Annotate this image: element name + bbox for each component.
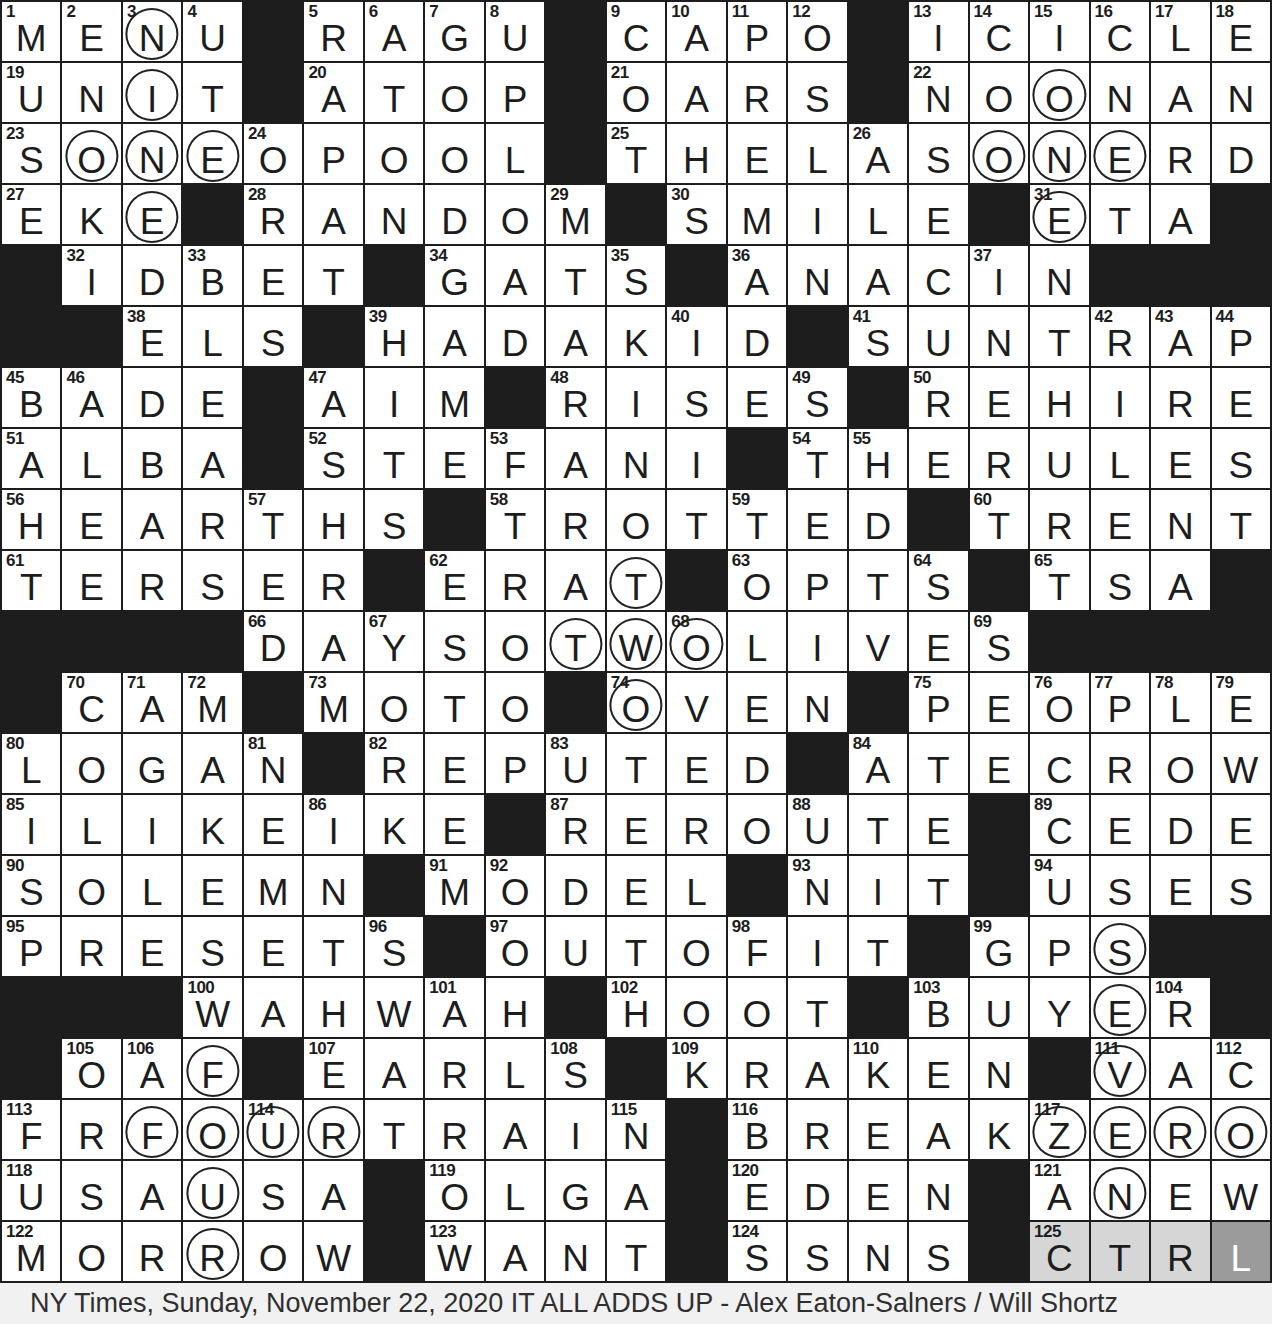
cell-r10c18[interactable]: 65T [1030, 551, 1088, 610]
cell-r11c8[interactable]: S [425, 612, 483, 671]
cell-r2c18[interactable]: O [1030, 63, 1088, 122]
cell-r19c6[interactable]: R [304, 1100, 362, 1159]
cell-r13c7[interactable]: 82R [365, 734, 423, 793]
cell-r10c15[interactable]: T [849, 551, 907, 610]
cell-r16c6[interactable]: T [304, 917, 362, 976]
cell-r7c14[interactable]: 49S [788, 368, 846, 427]
cell-r14c7[interactable]: K [365, 795, 423, 854]
cell-r15c3[interactable]: L [123, 856, 181, 915]
cell-r9c11[interactable]: O [607, 490, 665, 549]
cell-r1c8[interactable]: 7G [425, 2, 483, 61]
cell-r2c21[interactable]: N [1212, 63, 1270, 122]
cell-r2c3[interactable]: I [123, 63, 181, 122]
cell-r13c16[interactable]: T [909, 734, 967, 793]
cell-r15c4[interactable]: E [183, 856, 241, 915]
cell-r16c5[interactable]: E [244, 917, 302, 976]
cell-r2c7[interactable]: T [365, 63, 423, 122]
cell-r3c4[interactable]: E [183, 124, 241, 183]
cell-r6c17[interactable]: N [970, 307, 1028, 366]
cell-r1c12[interactable]: 10A [667, 2, 725, 61]
cell-r16c18[interactable]: P [1030, 917, 1088, 976]
cell-r10c16[interactable]: 64S [909, 551, 967, 610]
cell-r14c16[interactable]: E [909, 795, 967, 854]
cell-r10c5[interactable]: E [244, 551, 302, 610]
cell-r3c1[interactable]: 23S [2, 124, 60, 183]
cell-r14c5[interactable]: E [244, 795, 302, 854]
cell-r19c3[interactable]: F [123, 1100, 181, 1159]
cell-r15c14[interactable]: 93N [788, 856, 846, 915]
cell-r13c20[interactable]: O [1151, 734, 1209, 793]
cell-r5c16[interactable]: C [909, 246, 967, 305]
cell-r8c10[interactable]: A [546, 429, 604, 488]
cell-r6c12[interactable]: 40I [667, 307, 725, 366]
cell-r18c10[interactable]: 108S [546, 1039, 604, 1098]
cell-r18c4[interactable]: F [183, 1039, 241, 1098]
cell-r17c12[interactable]: O [667, 978, 725, 1037]
cell-r6c4[interactable]: L [183, 307, 241, 366]
cell-r7c16[interactable]: 50R [909, 368, 967, 427]
cell-r7c21[interactable]: E [1212, 368, 1270, 427]
cell-r5c4[interactable]: 33B [183, 246, 241, 305]
cell-r12c14[interactable]: N [788, 673, 846, 732]
cell-r12c13[interactable]: E [728, 673, 786, 732]
cell-r20c13[interactable]: 120E [728, 1161, 786, 1220]
cell-r20c11[interactable]: A [607, 1161, 665, 1220]
cell-r2c13[interactable]: R [728, 63, 786, 122]
cell-r9c1[interactable]: 56H [2, 490, 60, 549]
cell-r14c1[interactable]: 85I [2, 795, 60, 854]
cell-r14c10[interactable]: 87R [546, 795, 604, 854]
cell-r3c9[interactable]: L [486, 124, 544, 183]
cell-r5c3[interactable]: D [123, 246, 181, 305]
cell-r7c20[interactable]: R [1151, 368, 1209, 427]
cell-r21c18[interactable]: 125C [1030, 1222, 1088, 1281]
cell-r13c4[interactable]: A [183, 734, 241, 793]
cell-r11c17[interactable]: 69S [970, 612, 1028, 671]
cell-r21c16[interactable]: S [909, 1222, 967, 1281]
cell-r13c12[interactable]: E [667, 734, 725, 793]
cell-r20c9[interactable]: L [486, 1161, 544, 1220]
cell-r15c18[interactable]: 94U [1030, 856, 1088, 915]
cell-r9c9[interactable]: 58T [486, 490, 544, 549]
cell-r19c8[interactable]: R [425, 1100, 483, 1159]
cell-r20c18[interactable]: 121A [1030, 1161, 1088, 1220]
cell-r13c13[interactable]: D [728, 734, 786, 793]
cell-r6c7[interactable]: 39H [365, 307, 423, 366]
cell-r20c21[interactable]: W [1212, 1161, 1270, 1220]
cell-r2c16[interactable]: 22N [909, 63, 967, 122]
cell-r18c17[interactable]: N [970, 1039, 1028, 1098]
cell-r9c15[interactable]: D [849, 490, 907, 549]
cell-r13c2[interactable]: O [62, 734, 120, 793]
cell-r15c2[interactable]: O [62, 856, 120, 915]
cell-r4c8[interactable]: D [425, 185, 483, 244]
cell-r18c2[interactable]: 105O [62, 1039, 120, 1098]
cell-r6c9[interactable]: D [486, 307, 544, 366]
cell-r11c9[interactable]: O [486, 612, 544, 671]
cell-r20c19[interactable]: N [1091, 1161, 1149, 1220]
cell-r21c19[interactable]: T [1091, 1222, 1149, 1281]
cell-r11c7[interactable]: 67Y [365, 612, 423, 671]
cell-r5c2[interactable]: 32I [62, 246, 120, 305]
cell-r14c3[interactable]: I [123, 795, 181, 854]
cell-r1c17[interactable]: 14C [970, 2, 1028, 61]
cell-r16c19[interactable]: S [1091, 917, 1149, 976]
cell-r5c17[interactable]: 37I [970, 246, 1028, 305]
cell-r8c9[interactable]: 53F [486, 429, 544, 488]
cell-r3c11[interactable]: 25T [607, 124, 665, 183]
cell-r6c15[interactable]: 41S [849, 307, 907, 366]
cell-r3c12[interactable]: H [667, 124, 725, 183]
cell-r14c15[interactable]: T [849, 795, 907, 854]
cell-r16c12[interactable]: O [667, 917, 725, 976]
cell-r12c4[interactable]: 72M [183, 673, 241, 732]
cell-r18c9[interactable]: L [486, 1039, 544, 1098]
cell-r8c18[interactable]: U [1030, 429, 1088, 488]
cell-r10c4[interactable]: S [183, 551, 241, 610]
cell-r16c3[interactable]: E [123, 917, 181, 976]
cell-r19c13[interactable]: 116B [728, 1100, 786, 1159]
cell-r4c15[interactable]: L [849, 185, 907, 244]
cell-r11c15[interactable]: V [849, 612, 907, 671]
cell-r20c1[interactable]: 118U [2, 1161, 60, 1220]
cell-r10c2[interactable]: E [62, 551, 120, 610]
cell-r18c12[interactable]: 109K [667, 1039, 725, 1098]
cell-r20c14[interactable]: D [788, 1161, 846, 1220]
cell-r12c20[interactable]: 78L [1151, 673, 1209, 732]
cell-r11c11[interactable]: W [607, 612, 665, 671]
cell-r4c7[interactable]: N [365, 185, 423, 244]
cell-r12c12[interactable]: V [667, 673, 725, 732]
cell-r15c10[interactable]: D [546, 856, 604, 915]
cell-r20c15[interactable]: E [849, 1161, 907, 1220]
cell-r16c7[interactable]: 96S [365, 917, 423, 976]
cell-r20c4[interactable]: U [183, 1161, 241, 1220]
cell-r21c5[interactable]: O [244, 1222, 302, 1281]
cell-r12c9[interactable]: O [486, 673, 544, 732]
cell-r9c5[interactable]: 57T [244, 490, 302, 549]
cell-r21c1[interactable]: 122M [2, 1222, 60, 1281]
cell-r21c3[interactable]: R [123, 1222, 181, 1281]
cell-r19c10[interactable]: I [546, 1100, 604, 1159]
cell-r8c8[interactable]: E [425, 429, 483, 488]
cell-r8c2[interactable]: L [62, 429, 120, 488]
cell-r19c21[interactable]: O [1212, 1100, 1270, 1159]
cell-r15c19[interactable]: S [1091, 856, 1149, 915]
cell-r9c20[interactable]: N [1151, 490, 1209, 549]
cell-r8c21[interactable]: S [1212, 429, 1270, 488]
cell-r5c13[interactable]: 36A [728, 246, 786, 305]
cell-r2c12[interactable]: A [667, 63, 725, 122]
cell-r6c21[interactable]: 44P [1212, 307, 1270, 366]
cell-r2c17[interactable]: O [970, 63, 1028, 122]
cell-r18c6[interactable]: 107E [304, 1039, 362, 1098]
cell-r12c16[interactable]: 75P [909, 673, 967, 732]
cell-r15c9[interactable]: 92O [486, 856, 544, 915]
cell-r4c20[interactable]: A [1151, 185, 1209, 244]
cell-r8c14[interactable]: 54T [788, 429, 846, 488]
cell-r12c6[interactable]: 73M [304, 673, 362, 732]
cell-r14c14[interactable]: 88U [788, 795, 846, 854]
cell-r7c10[interactable]: 48R [546, 368, 604, 427]
cell-r13c21[interactable]: W [1212, 734, 1270, 793]
cell-r1c16[interactable]: 13I [909, 2, 967, 61]
cell-r4c9[interactable]: O [486, 185, 544, 244]
cell-r14c11[interactable]: E [607, 795, 665, 854]
cell-r3c2[interactable]: O [62, 124, 120, 183]
cell-r1c11[interactable]: 9C [607, 2, 665, 61]
cell-r10c11[interactable]: T [607, 551, 665, 610]
cell-r20c8[interactable]: 119O [425, 1161, 483, 1220]
cell-r21c13[interactable]: 124S [728, 1222, 786, 1281]
cell-r7c3[interactable]: D [123, 368, 181, 427]
cell-r16c10[interactable]: U [546, 917, 604, 976]
cell-r12c3[interactable]: 71A [123, 673, 181, 732]
cell-r3c7[interactable]: O [365, 124, 423, 183]
cell-r17c6[interactable]: H [304, 978, 362, 1037]
cell-r20c16[interactable]: N [909, 1161, 967, 1220]
cell-r19c15[interactable]: E [849, 1100, 907, 1159]
cell-r10c19[interactable]: S [1091, 551, 1149, 610]
cell-r18c19[interactable]: 111V [1091, 1039, 1149, 1098]
cell-r10c3[interactable]: R [123, 551, 181, 610]
cell-r19c1[interactable]: 113F [2, 1100, 60, 1159]
cell-r13c18[interactable]: C [1030, 734, 1088, 793]
cell-r6c5[interactable]: S [244, 307, 302, 366]
cell-r9c6[interactable]: H [304, 490, 362, 549]
cell-r6c13[interactable]: D [728, 307, 786, 366]
cell-r14c6[interactable]: 86I [304, 795, 362, 854]
cell-r6c3[interactable]: 38E [123, 307, 181, 366]
cell-r11c12[interactable]: 68O [667, 612, 725, 671]
cell-r15c11[interactable]: E [607, 856, 665, 915]
cell-r18c8[interactable]: R [425, 1039, 483, 1098]
cell-r19c14[interactable]: R [788, 1100, 846, 1159]
cell-r17c13[interactable]: O [728, 978, 786, 1037]
cell-r1c7[interactable]: 6A [365, 2, 423, 61]
cell-r14c18[interactable]: 89C [1030, 795, 1088, 854]
cell-r21c20[interactable]: R [1151, 1222, 1209, 1281]
cell-r1c9[interactable]: 8U [486, 2, 544, 61]
cell-r2c9[interactable]: P [486, 63, 544, 122]
cell-r17c11[interactable]: 102H [607, 978, 665, 1037]
cell-r20c2[interactable]: S [62, 1161, 120, 1220]
cell-r18c7[interactable]: A [365, 1039, 423, 1098]
cell-r15c8[interactable]: 91M [425, 856, 483, 915]
cell-r4c3[interactable]: E [123, 185, 181, 244]
cell-r3c13[interactable]: E [728, 124, 786, 183]
cell-r4c10[interactable]: 29M [546, 185, 604, 244]
cell-r7c1[interactable]: 45B [2, 368, 60, 427]
cell-r16c9[interactable]: 97O [486, 917, 544, 976]
cell-r18c3[interactable]: 106A [123, 1039, 181, 1098]
cell-r6c8[interactable]: A [425, 307, 483, 366]
cell-r3c8[interactable]: O [425, 124, 483, 183]
cell-r5c10[interactable]: T [546, 246, 604, 305]
cell-r6c11[interactable]: K [607, 307, 665, 366]
cell-r9c4[interactable]: R [183, 490, 241, 549]
cell-r16c2[interactable]: R [62, 917, 120, 976]
cell-r9c21[interactable]: T [1212, 490, 1270, 549]
cell-r20c3[interactable]: A [123, 1161, 181, 1220]
cell-r21c14[interactable]: S [788, 1222, 846, 1281]
cell-r15c1[interactable]: 90S [2, 856, 60, 915]
cell-r7c11[interactable]: I [607, 368, 665, 427]
cell-r20c10[interactable]: G [546, 1161, 604, 1220]
cell-r1c21[interactable]: 18E [1212, 2, 1270, 61]
cell-r14c12[interactable]: R [667, 795, 725, 854]
cell-r17c20[interactable]: 104R [1151, 978, 1209, 1037]
cell-r8c17[interactable]: R [970, 429, 1028, 488]
cell-r20c6[interactable]: A [304, 1161, 362, 1220]
cell-r3c14[interactable]: L [788, 124, 846, 183]
cell-r13c8[interactable]: E [425, 734, 483, 793]
cell-r16c14[interactable]: I [788, 917, 846, 976]
cell-r8c7[interactable]: T [365, 429, 423, 488]
cell-r8c16[interactable]: E [909, 429, 967, 488]
cell-r19c20[interactable]: R [1151, 1100, 1209, 1159]
cell-r5c11[interactable]: 35S [607, 246, 665, 305]
cell-r13c19[interactable]: R [1091, 734, 1149, 793]
cell-r6c18[interactable]: T [1030, 307, 1088, 366]
cell-r7c12[interactable]: S [667, 368, 725, 427]
cell-r19c2[interactable]: R [62, 1100, 120, 1159]
cell-r16c15[interactable]: T [849, 917, 907, 976]
cell-r2c4[interactable]: T [183, 63, 241, 122]
cell-r9c14[interactable]: E [788, 490, 846, 549]
cell-r19c18[interactable]: 117Z [1030, 1100, 1088, 1159]
cell-r21c4[interactable]: R [183, 1222, 241, 1281]
cell-r6c19[interactable]: 42R [1091, 307, 1149, 366]
cell-r13c10[interactable]: 83U [546, 734, 604, 793]
cell-r14c13[interactable]: O [728, 795, 786, 854]
cell-r14c8[interactable]: E [425, 795, 483, 854]
cell-r19c19[interactable]: E [1091, 1100, 1149, 1159]
cell-r21c6[interactable]: W [304, 1222, 362, 1281]
cell-r12c18[interactable]: 76O [1030, 673, 1088, 732]
cell-r17c19[interactable]: E [1091, 978, 1149, 1037]
cell-r11c5[interactable]: 66D [244, 612, 302, 671]
cell-r2c19[interactable]: N [1091, 63, 1149, 122]
cell-r19c9[interactable]: A [486, 1100, 544, 1159]
cell-r17c18[interactable]: Y [1030, 978, 1088, 1037]
cell-r2c11[interactable]: 21O [607, 63, 665, 122]
cell-r18c13[interactable]: R [728, 1039, 786, 1098]
cell-r10c8[interactable]: 62E [425, 551, 483, 610]
cell-r5c5[interactable]: E [244, 246, 302, 305]
cell-r14c4[interactable]: K [183, 795, 241, 854]
cell-r13c15[interactable]: 84A [849, 734, 907, 793]
cell-r2c8[interactable]: O [425, 63, 483, 122]
cell-r5c18[interactable]: N [1030, 246, 1088, 305]
cell-r4c5[interactable]: 28R [244, 185, 302, 244]
cell-r20c5[interactable]: S [244, 1161, 302, 1220]
cell-r19c11[interactable]: 115N [607, 1100, 665, 1159]
cell-r21c2[interactable]: O [62, 1222, 120, 1281]
cell-r2c1[interactable]: 19U [2, 63, 60, 122]
cell-r11c14[interactable]: I [788, 612, 846, 671]
cell-r3c18[interactable]: N [1030, 124, 1088, 183]
cell-r10c9[interactable]: R [486, 551, 544, 610]
cell-r4c6[interactable]: A [304, 185, 362, 244]
cell-r8c15[interactable]: 55H [849, 429, 907, 488]
cell-r15c12[interactable]: L [667, 856, 725, 915]
cell-r11c6[interactable]: A [304, 612, 362, 671]
cell-r13c1[interactable]: 80L [2, 734, 60, 793]
cell-r2c2[interactable]: N [62, 63, 120, 122]
cell-r10c13[interactable]: 63O [728, 551, 786, 610]
cell-r5c6[interactable]: T [304, 246, 362, 305]
cell-r10c14[interactable]: P [788, 551, 846, 610]
cell-r3c3[interactable]: N [123, 124, 181, 183]
cell-r19c17[interactable]: K [970, 1100, 1028, 1159]
cell-r3c15[interactable]: 26A [849, 124, 907, 183]
cell-r3c21[interactable]: D [1212, 124, 1270, 183]
cell-r2c14[interactable]: S [788, 63, 846, 122]
cell-r16c17[interactable]: 99G [970, 917, 1028, 976]
cell-r11c16[interactable]: E [909, 612, 967, 671]
cell-r21c21[interactable]: L [1212, 1222, 1270, 1281]
cell-r8c6[interactable]: 52S [304, 429, 362, 488]
cell-r18c14[interactable]: A [788, 1039, 846, 1098]
cell-r12c7[interactable]: O [365, 673, 423, 732]
cell-r4c14[interactable]: I [788, 185, 846, 244]
cell-r7c6[interactable]: 47A [304, 368, 362, 427]
cell-r1c2[interactable]: 2E [62, 2, 120, 61]
cell-r4c13[interactable]: M [728, 185, 786, 244]
cell-r21c9[interactable]: A [486, 1222, 544, 1281]
cell-r12c21[interactable]: 79E [1212, 673, 1270, 732]
cell-r1c6[interactable]: 5R [304, 2, 362, 61]
cell-r16c11[interactable]: T [607, 917, 665, 976]
cell-r7c19[interactable]: I [1091, 368, 1149, 427]
cell-r17c4[interactable]: 100W [183, 978, 241, 1037]
cell-r3c6[interactable]: P [304, 124, 362, 183]
cell-r6c20[interactable]: 43A [1151, 307, 1209, 366]
cell-r11c13[interactable]: L [728, 612, 786, 671]
cell-r20c20[interactable]: E [1151, 1161, 1209, 1220]
cell-r4c16[interactable]: E [909, 185, 967, 244]
cell-r1c1[interactable]: 1M [2, 2, 60, 61]
cell-r9c7[interactable]: S [365, 490, 423, 549]
cell-r12c17[interactable]: E [970, 673, 1028, 732]
cell-r12c19[interactable]: 77P [1091, 673, 1149, 732]
cell-r13c5[interactable]: 81N [244, 734, 302, 793]
cell-r13c11[interactable]: T [607, 734, 665, 793]
cell-r15c21[interactable]: S [1212, 856, 1270, 915]
cell-r10c1[interactable]: 61T [2, 551, 60, 610]
cell-r15c15[interactable]: I [849, 856, 907, 915]
cell-r3c20[interactable]: R [1151, 124, 1209, 183]
cell-r18c16[interactable]: E [909, 1039, 967, 1098]
cell-r19c16[interactable]: A [909, 1100, 967, 1159]
cell-r7c7[interactable]: I [365, 368, 423, 427]
cell-r9c18[interactable]: R [1030, 490, 1088, 549]
cell-r10c6[interactable]: R [304, 551, 362, 610]
cell-r17c7[interactable]: W [365, 978, 423, 1037]
cell-r19c5[interactable]: 114U [244, 1100, 302, 1159]
cell-r4c1[interactable]: 27E [2, 185, 60, 244]
cell-r9c10[interactable]: R [546, 490, 604, 549]
cell-r12c2[interactable]: 70C [62, 673, 120, 732]
cell-r14c20[interactable]: D [1151, 795, 1209, 854]
cell-r13c9[interactable]: P [486, 734, 544, 793]
cell-r3c16[interactable]: S [909, 124, 967, 183]
cell-r7c13[interactable]: E [728, 368, 786, 427]
cell-r5c14[interactable]: N [788, 246, 846, 305]
cell-r3c17[interactable]: O [970, 124, 1028, 183]
cell-r10c20[interactable]: A [1151, 551, 1209, 610]
